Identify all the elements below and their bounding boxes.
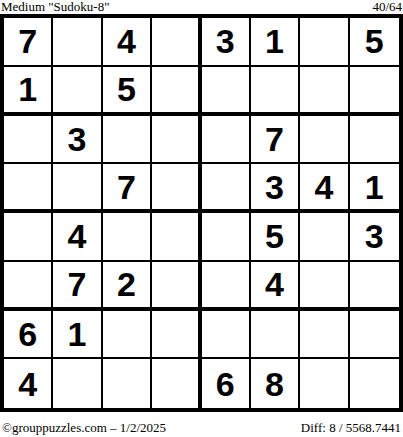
- cell-r5c1[interactable]: [4, 213, 53, 262]
- cell-r3c2[interactable]: 3: [53, 116, 102, 165]
- cell-r8c4[interactable]: [152, 359, 201, 408]
- cell-r1c2[interactable]: [53, 18, 102, 67]
- cell-r7c7[interactable]: [300, 311, 349, 360]
- header: Medium "Sudoku-8" 40/64: [0, 0, 403, 14]
- cell-r7c6[interactable]: [251, 311, 300, 360]
- cell-r4c7[interactable]: 4: [300, 164, 349, 213]
- copyright-text: ©grouppuzzles.com – 1/2/2025: [2, 420, 166, 435]
- cell-r3c1[interactable]: [4, 116, 53, 165]
- difficulty-text: Diff: 8 / 5568.7441: [301, 420, 401, 435]
- cell-r5c7[interactable]: [300, 213, 349, 262]
- cell-r2c4[interactable]: [152, 67, 201, 116]
- puzzle-title: Medium "Sudoku-8": [1, 0, 109, 13]
- cell-r7c2[interactable]: 1: [53, 311, 102, 360]
- cell-r8c2[interactable]: [53, 359, 102, 408]
- cell-r6c6[interactable]: 4: [251, 262, 300, 311]
- cell-r1c5[interactable]: 3: [202, 18, 251, 67]
- cell-r3c5[interactable]: [202, 116, 251, 165]
- cell-r6c3[interactable]: 2: [103, 262, 152, 311]
- cell-r5c8[interactable]: 3: [350, 213, 399, 262]
- cell-r1c3[interactable]: 4: [103, 18, 152, 67]
- cell-r7c1[interactable]: 6: [4, 311, 53, 360]
- sudoku-page: Medium "Sudoku-8" 40/64 7431515377341453…: [0, 0, 403, 437]
- cell-r8c3[interactable]: [103, 359, 152, 408]
- cell-r5c5[interactable]: [202, 213, 251, 262]
- cell-r5c2[interactable]: 4: [53, 213, 102, 262]
- cell-r8c8[interactable]: [350, 359, 399, 408]
- cell-r4c8[interactable]: 1: [350, 164, 399, 213]
- cell-r2c3[interactable]: 5: [103, 67, 152, 116]
- cell-r3c8[interactable]: [350, 116, 399, 165]
- cell-r3c4[interactable]: [152, 116, 201, 165]
- cell-r2c7[interactable]: [300, 67, 349, 116]
- cell-r4c2[interactable]: [53, 164, 102, 213]
- cell-r6c7[interactable]: [300, 262, 349, 311]
- cell-r5c3[interactable]: [103, 213, 152, 262]
- cell-r4c4[interactable]: [152, 164, 201, 213]
- cell-r7c3[interactable]: [103, 311, 152, 360]
- cell-r7c4[interactable]: [152, 311, 201, 360]
- cell-r7c8[interactable]: [350, 311, 399, 360]
- cell-r1c6[interactable]: 1: [251, 18, 300, 67]
- cell-r3c6[interactable]: 7: [251, 116, 300, 165]
- sudoku-board: 743151537734145372461468: [0, 14, 403, 412]
- cell-r6c1[interactable]: [4, 262, 53, 311]
- cell-r4c3[interactable]: 7: [103, 164, 152, 213]
- cell-r1c1[interactable]: 7: [4, 18, 53, 67]
- cell-r4c5[interactable]: [202, 164, 251, 213]
- cell-r2c6[interactable]: [251, 67, 300, 116]
- cell-r4c1[interactable]: [4, 164, 53, 213]
- cell-r4c6[interactable]: 3: [251, 164, 300, 213]
- cell-r3c7[interactable]: [300, 116, 349, 165]
- cell-r8c6[interactable]: 8: [251, 359, 300, 408]
- cell-r8c1[interactable]: 4: [4, 359, 53, 408]
- cell-r8c7[interactable]: [300, 359, 349, 408]
- cell-r5c6[interactable]: 5: [251, 213, 300, 262]
- cell-r6c2[interactable]: 7: [53, 262, 102, 311]
- cell-r8c5[interactable]: 6: [202, 359, 251, 408]
- cell-r2c5[interactable]: [202, 67, 251, 116]
- cell-r3c3[interactable]: [103, 116, 152, 165]
- cell-r2c1[interactable]: 1: [4, 67, 53, 116]
- cell-r2c8[interactable]: [350, 67, 399, 116]
- puzzle-counter: 40/64: [372, 0, 402, 13]
- cell-r1c8[interactable]: 5: [350, 18, 399, 67]
- cell-r6c4[interactable]: [152, 262, 201, 311]
- cell-r5c4[interactable]: [152, 213, 201, 262]
- cell-r6c8[interactable]: [350, 262, 399, 311]
- cell-r7c5[interactable]: [202, 311, 251, 360]
- cell-r2c2[interactable]: [53, 67, 102, 116]
- cell-r1c7[interactable]: [300, 18, 349, 67]
- cell-r6c5[interactable]: [202, 262, 251, 311]
- footer: ©grouppuzzles.com – 1/2/2025 Diff: 8 / 5…: [0, 420, 403, 435]
- cell-r1c4[interactable]: [152, 18, 201, 67]
